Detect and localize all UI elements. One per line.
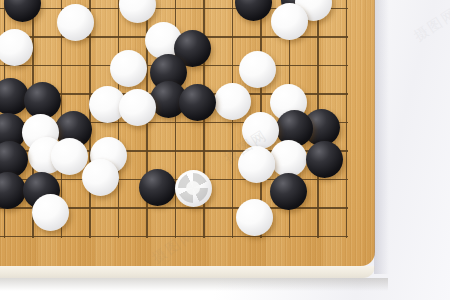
white-stone[interactable] xyxy=(0,29,33,66)
white-stone[interactable] xyxy=(175,170,212,207)
white-stone[interactable] xyxy=(57,4,94,41)
black-stone[interactable] xyxy=(179,84,216,121)
black-stone[interactable] xyxy=(4,0,41,22)
go-board xyxy=(0,0,375,266)
white-stone[interactable] xyxy=(270,140,307,177)
go-board-photo: 摄图网摄图网摄图网 xyxy=(0,0,450,300)
white-stone[interactable] xyxy=(239,51,276,88)
white-stone[interactable] xyxy=(51,138,88,175)
black-stone[interactable] xyxy=(306,141,343,178)
board-side-edge xyxy=(0,266,375,278)
white-stone[interactable] xyxy=(242,112,279,149)
white-stone[interactable] xyxy=(238,146,275,183)
watermark-text: 摄图网 xyxy=(411,4,450,45)
white-stone[interactable] xyxy=(119,0,156,23)
board-shadow-bottom xyxy=(0,278,388,291)
black-stone[interactable] xyxy=(235,0,272,21)
white-stone[interactable] xyxy=(119,89,156,126)
white-stone[interactable] xyxy=(32,194,69,231)
white-stone[interactable] xyxy=(236,199,273,236)
black-stone[interactable] xyxy=(139,169,176,206)
black-stone[interactable] xyxy=(24,82,61,119)
white-stone[interactable] xyxy=(214,83,251,120)
black-stone[interactable] xyxy=(0,172,26,209)
black-stone[interactable] xyxy=(270,173,307,210)
white-stone[interactable] xyxy=(271,3,308,40)
white-stone[interactable] xyxy=(110,50,147,87)
board-shadow-right xyxy=(374,0,389,274)
grid-line-horizontal xyxy=(0,236,348,238)
white-stone[interactable] xyxy=(82,159,119,196)
